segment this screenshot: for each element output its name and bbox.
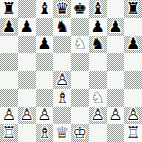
square-h2[interactable]: ♟♙ <box>124 107 142 125</box>
square-e5[interactable] <box>71 53 89 71</box>
piece-black-king[interactable]: ♚ <box>73 0 87 16</box>
square-h5[interactable] <box>124 53 142 71</box>
square-f2[interactable]: ♟♙ <box>89 107 107 125</box>
piece-white-pawn[interactable]: ♙ <box>90 107 104 123</box>
square-d7[interactable]: ♞♞ <box>53 18 71 36</box>
square-b5[interactable] <box>18 53 36 71</box>
square-h1[interactable]: ♜♖ <box>124 124 142 142</box>
square-b2[interactable]: ♟♙ <box>18 107 36 125</box>
piece-black-knight[interactable]: ♞ <box>55 18 69 34</box>
piece-white-rook[interactable]: ♖ <box>126 125 140 141</box>
piece-white-king[interactable]: ♔ <box>73 125 87 141</box>
square-c6[interactable]: ♟♟ <box>36 36 54 54</box>
square-b3[interactable] <box>18 89 36 107</box>
piece-black-pawn[interactable]: ♟ <box>108 18 122 34</box>
square-d6[interactable] <box>53 36 71 54</box>
square-d2[interactable] <box>53 107 71 125</box>
square-b6[interactable] <box>18 36 36 54</box>
piece-black-queen[interactable]: ♛ <box>55 0 69 16</box>
piece-black-pawn[interactable]: ♟ <box>126 36 140 52</box>
piece-white-pawn[interactable]: ♙ <box>126 107 140 123</box>
square-h7[interactable] <box>124 18 142 36</box>
piece-white-bishop[interactable]: ♗ <box>37 125 51 141</box>
square-e8[interactable]: ♚♚ <box>71 0 89 18</box>
piece-black-rook[interactable]: ♜ <box>2 0 16 16</box>
square-e2[interactable] <box>71 107 89 125</box>
square-a3[interactable] <box>0 89 18 107</box>
square-d4[interactable]: ♟♙ <box>53 71 71 89</box>
piece-white-rook[interactable]: ♖ <box>2 125 16 141</box>
square-f3[interactable]: ♞♘ <box>89 89 107 107</box>
square-c7[interactable] <box>36 18 54 36</box>
square-c3[interactable] <box>36 89 54 107</box>
piece-white-pawn[interactable]: ♙ <box>37 107 51 123</box>
square-g4[interactable] <box>107 71 125 89</box>
square-d8[interactable]: ♛♛ <box>53 0 71 18</box>
square-b7[interactable]: ♟♟ <box>18 18 36 36</box>
square-d1[interactable]: ♛♕ <box>53 124 71 142</box>
piece-black-bishop[interactable]: ♝ <box>37 0 51 16</box>
chess-board: ♜♜♝♝♛♛♚♚♝♝♜♜♟♟♟♟♞♞♟♟♟♟♟♟♞♘♞♞♟♟♟♙♝♗♞♘♟♙♟♙… <box>0 0 142 142</box>
square-f1[interactable] <box>89 124 107 142</box>
piece-black-pawn[interactable]: ♟ <box>19 18 33 34</box>
square-b8[interactable] <box>18 0 36 18</box>
square-f8[interactable]: ♝♝ <box>89 0 107 18</box>
square-g3[interactable] <box>107 89 125 107</box>
square-e1[interactable]: ♚♔ <box>71 124 89 142</box>
piece-black-pawn[interactable]: ♟ <box>2 18 16 34</box>
piece-black-pawn[interactable]: ♟ <box>37 36 51 52</box>
piece-black-rook[interactable]: ♜ <box>126 0 140 16</box>
piece-white-pawn[interactable]: ♙ <box>2 107 16 123</box>
square-b4[interactable] <box>18 71 36 89</box>
square-a1[interactable]: ♜♖ <box>0 124 18 142</box>
square-h3[interactable] <box>124 89 142 107</box>
square-c4[interactable] <box>36 71 54 89</box>
square-g7[interactable]: ♟♟ <box>107 18 125 36</box>
piece-black-pawn[interactable]: ♟ <box>90 18 104 34</box>
square-b1[interactable] <box>18 124 36 142</box>
square-f5[interactable] <box>89 53 107 71</box>
square-e7[interactable] <box>71 18 89 36</box>
piece-white-knight[interactable]: ♘ <box>73 36 87 52</box>
square-g2[interactable]: ♟♙ <box>107 107 125 125</box>
square-c1[interactable]: ♝♗ <box>36 124 54 142</box>
square-f4[interactable] <box>89 71 107 89</box>
square-a7[interactable]: ♟♟ <box>0 18 18 36</box>
square-g8[interactable] <box>107 0 125 18</box>
piece-white-knight[interactable]: ♘ <box>90 89 104 105</box>
square-c8[interactable]: ♝♝ <box>36 0 54 18</box>
piece-black-bishop[interactable]: ♝ <box>90 0 104 16</box>
square-e4[interactable] <box>71 71 89 89</box>
square-f6[interactable]: ♞♞ <box>89 36 107 54</box>
square-h4[interactable] <box>124 71 142 89</box>
square-c5[interactable] <box>36 53 54 71</box>
square-h6[interactable]: ♟♟ <box>124 36 142 54</box>
square-d5[interactable] <box>53 53 71 71</box>
square-c2[interactable]: ♟♙ <box>36 107 54 125</box>
square-h8[interactable]: ♜♜ <box>124 0 142 18</box>
square-e3[interactable] <box>71 89 89 107</box>
square-a4[interactable] <box>0 71 18 89</box>
piece-white-pawn[interactable]: ♙ <box>19 107 33 123</box>
piece-black-knight[interactable]: ♞ <box>90 36 104 52</box>
square-a6[interactable] <box>0 36 18 54</box>
square-a5[interactable] <box>0 53 18 71</box>
square-g6[interactable] <box>107 36 125 54</box>
square-a2[interactable]: ♟♙ <box>0 107 18 125</box>
square-a8[interactable]: ♜♜ <box>0 0 18 18</box>
piece-white-queen[interactable]: ♕ <box>55 125 69 141</box>
square-d3[interactable]: ♝♗ <box>53 89 71 107</box>
square-g1[interactable] <box>107 124 125 142</box>
piece-white-pawn[interactable]: ♙ <box>55 71 69 87</box>
square-g5[interactable] <box>107 53 125 71</box>
piece-white-bishop[interactable]: ♗ <box>55 89 69 105</box>
square-f7[interactable]: ♟♟ <box>89 18 107 36</box>
piece-white-pawn[interactable]: ♙ <box>108 107 122 123</box>
square-e6[interactable]: ♞♘ <box>71 36 89 54</box>
